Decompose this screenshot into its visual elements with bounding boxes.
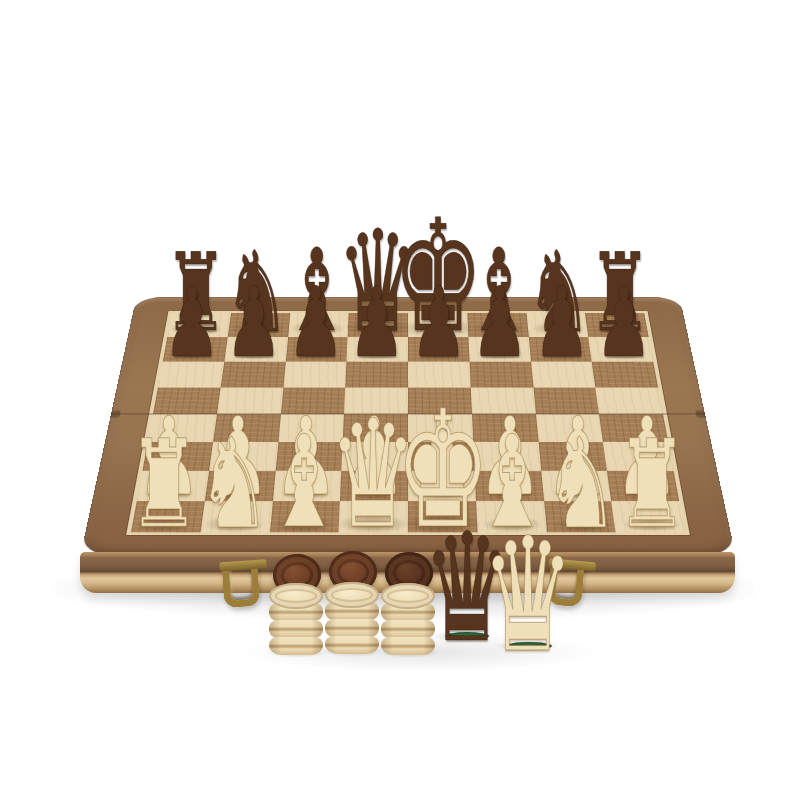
square-b6	[220, 362, 285, 388]
fold-notch-left	[110, 411, 120, 418]
square-c1	[269, 501, 340, 532]
checker-top-face	[269, 583, 323, 609]
fold-notch-right	[695, 411, 705, 418]
square-e2	[408, 471, 476, 501]
square-b1	[200, 501, 272, 532]
square-e7	[408, 337, 469, 362]
square-b3	[209, 442, 278, 471]
square-c4	[278, 414, 344, 442]
square-d2	[340, 471, 408, 501]
square-e8	[408, 313, 468, 337]
square-f6	[469, 362, 533, 388]
square-f4	[472, 414, 538, 442]
board-grid	[126, 311, 690, 535]
square-f5	[471, 387, 536, 414]
square-h8	[585, 313, 648, 337]
square-d1	[339, 501, 408, 532]
square-a5	[153, 387, 220, 414]
square-h4	[599, 414, 668, 442]
square-g2	[541, 471, 612, 501]
square-a7	[163, 337, 228, 362]
fold-seam	[111, 413, 705, 414]
square-a6	[158, 362, 224, 388]
square-c2	[272, 471, 341, 501]
square-g5	[533, 387, 599, 414]
square-a8	[167, 313, 230, 337]
square-d5	[344, 387, 408, 414]
square-f3	[473, 442, 541, 471]
light-checker-stack	[269, 583, 323, 657]
square-e5	[408, 387, 472, 414]
square-h7	[588, 337, 653, 362]
square-h1	[611, 501, 685, 532]
square-b2	[205, 471, 276, 501]
square-b5	[217, 387, 283, 414]
square-h5	[596, 387, 663, 414]
square-d7	[347, 337, 408, 362]
square-h2	[607, 471, 679, 501]
square-a1	[131, 501, 205, 532]
square-d8	[348, 313, 408, 337]
light-checker-stack	[325, 582, 379, 656]
square-c3	[275, 442, 343, 471]
brass-clasp-left-icon	[222, 564, 261, 608]
square-g7	[528, 337, 592, 362]
chess-board	[81, 297, 736, 554]
checker-top-face	[325, 582, 379, 608]
square-c7	[285, 337, 347, 362]
chess-set-product-photo: ♛ ♛ ♜♞♝♛♚♝♞♜♟♟♟♟♟♟♟♟♟♟♟♟♟♟♟♟♜♞♝♛♚♝♞♜	[0, 0, 800, 800]
square-g8	[526, 313, 588, 337]
square-f8	[467, 313, 528, 337]
square-b4	[213, 414, 281, 442]
square-e3	[408, 442, 474, 471]
square-h6	[592, 362, 658, 388]
square-b8	[228, 313, 290, 337]
extra-light-queen: ♛	[481, 516, 574, 674]
square-e4	[408, 414, 473, 442]
square-c5	[281, 387, 346, 414]
square-f7	[468, 337, 530, 362]
square-g6	[531, 362, 596, 388]
square-a2	[137, 471, 209, 501]
square-g4	[536, 414, 604, 442]
square-d6	[345, 362, 408, 388]
square-g3	[538, 442, 607, 471]
square-d3	[342, 442, 408, 471]
square-a4	[148, 414, 217, 442]
square-a3	[142, 442, 212, 471]
square-f2	[474, 471, 543, 501]
square-h3	[603, 442, 673, 471]
square-e6	[408, 362, 471, 388]
square-c6	[283, 362, 347, 388]
square-c8	[288, 313, 349, 337]
square-b7	[224, 337, 288, 362]
square-d4	[343, 414, 408, 442]
